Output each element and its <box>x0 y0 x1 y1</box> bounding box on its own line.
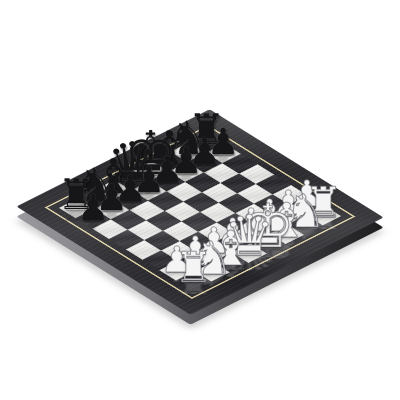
chess-board <box>16 109 383 314</box>
chess-scene: ♜♜♟♟♟♟♜♜♞♞♟♟♟♟♞♞♝♝♟♟♟♟♝♝♚♚♟♟♟♟♚♚♛♛♟♟♟♟♛♛… <box>0 0 400 400</box>
